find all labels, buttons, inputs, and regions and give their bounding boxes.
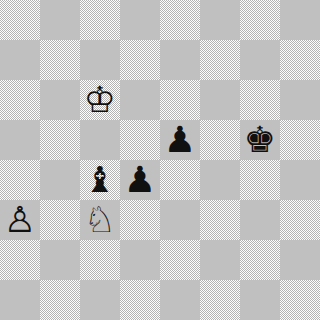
square-e4[interactable]	[160, 160, 200, 200]
square-h8[interactable]	[280, 0, 320, 40]
black-pawn[interactable]: ♟	[124, 160, 156, 200]
square-d2[interactable]	[120, 240, 160, 280]
square-b8[interactable]	[40, 0, 80, 40]
square-g6[interactable]	[240, 80, 280, 120]
square-h4[interactable]	[280, 160, 320, 200]
square-f7[interactable]	[200, 40, 240, 80]
square-e1[interactable]	[160, 280, 200, 320]
square-h7[interactable]	[280, 40, 320, 80]
square-e5[interactable]: ♟	[160, 120, 200, 160]
square-d8[interactable]	[120, 0, 160, 40]
square-g8[interactable]	[240, 0, 280, 40]
square-f6[interactable]	[200, 80, 240, 120]
square-a1[interactable]	[0, 280, 40, 320]
square-h1[interactable]	[280, 280, 320, 320]
square-f8[interactable]	[200, 0, 240, 40]
square-b5[interactable]	[40, 120, 80, 160]
square-d4[interactable]: ♟	[120, 160, 160, 200]
square-g1[interactable]	[240, 280, 280, 320]
square-f3[interactable]	[200, 200, 240, 240]
square-h6[interactable]	[280, 80, 320, 120]
square-g4[interactable]	[240, 160, 280, 200]
square-e2[interactable]	[160, 240, 200, 280]
square-a8[interactable]	[0, 0, 40, 40]
square-b6[interactable]	[40, 80, 80, 120]
square-c4[interactable]: ♝	[80, 160, 120, 200]
square-d1[interactable]	[120, 280, 160, 320]
square-g7[interactable]	[240, 40, 280, 80]
square-f2[interactable]	[200, 240, 240, 280]
square-b1[interactable]	[40, 280, 80, 320]
square-c1[interactable]	[80, 280, 120, 320]
black-bishop[interactable]: ♝	[84, 160, 116, 200]
square-f4[interactable]	[200, 160, 240, 200]
square-c2[interactable]	[80, 240, 120, 280]
square-a2[interactable]	[0, 240, 40, 280]
square-g5[interactable]: ♚	[240, 120, 280, 160]
square-b4[interactable]	[40, 160, 80, 200]
square-c3[interactable]: ♘	[80, 200, 120, 240]
square-c5[interactable]	[80, 120, 120, 160]
white-knight[interactable]: ♘	[84, 200, 116, 240]
square-c6[interactable]: ♔	[80, 80, 120, 120]
square-f5[interactable]	[200, 120, 240, 160]
square-a3[interactable]: ♙	[0, 200, 40, 240]
black-pawn[interactable]: ♟	[164, 120, 196, 160]
square-e3[interactable]	[160, 200, 200, 240]
square-d7[interactable]	[120, 40, 160, 80]
square-d6[interactable]	[120, 80, 160, 120]
square-b2[interactable]	[40, 240, 80, 280]
square-e8[interactable]	[160, 0, 200, 40]
square-h5[interactable]	[280, 120, 320, 160]
square-e6[interactable]	[160, 80, 200, 120]
white-king[interactable]: ♔	[84, 80, 116, 120]
square-a5[interactable]	[0, 120, 40, 160]
square-a7[interactable]	[0, 40, 40, 80]
white-pawn[interactable]: ♙	[4, 200, 36, 240]
chess-board: ♔♟♚♝♟♙♘	[0, 0, 320, 320]
square-g2[interactable]	[240, 240, 280, 280]
square-b3[interactable]	[40, 200, 80, 240]
square-c8[interactable]	[80, 0, 120, 40]
square-d5[interactable]	[120, 120, 160, 160]
square-d3[interactable]	[120, 200, 160, 240]
square-c7[interactable]	[80, 40, 120, 80]
square-b7[interactable]	[40, 40, 80, 80]
square-h3[interactable]	[280, 200, 320, 240]
square-a6[interactable]	[0, 80, 40, 120]
square-g3[interactable]	[240, 200, 280, 240]
square-h2[interactable]	[280, 240, 320, 280]
square-e7[interactable]	[160, 40, 200, 80]
black-king[interactable]: ♚	[244, 120, 276, 160]
square-f1[interactable]	[200, 280, 240, 320]
square-a4[interactable]	[0, 160, 40, 200]
